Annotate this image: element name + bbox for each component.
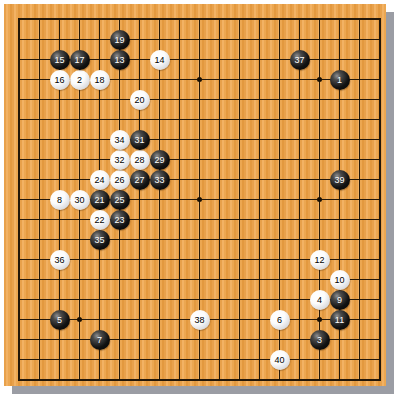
stone-black-19-F18: 19 [110,30,130,50]
stone-white-10-R6: 10 [330,270,350,290]
star-point [77,317,82,322]
stone-white-26-F11: 26 [110,170,130,190]
stone-black-31-G13: 31 [130,130,150,150]
stone-white-20-G15: 20 [130,90,150,110]
stone-black-7-E3: 7 [90,330,110,350]
stone-white-6-O4: 6 [270,310,290,330]
stone-white-36-C7: 36 [50,250,70,270]
star-point [197,197,202,202]
go-board[interactable]: 1234567891011121314151617181920212223242… [4,4,386,386]
stone-black-9-R5: 9 [330,290,350,310]
stone-white-28-G12: 28 [130,150,150,170]
stone-white-38-K4: 38 [190,310,210,330]
stone-white-14-H17: 14 [150,50,170,70]
stone-black-35-E8: 35 [90,230,110,250]
stone-black-13-F17: 13 [110,50,130,70]
stone-white-40-O2: 40 [270,350,290,370]
stone-white-2-D16: 2 [70,70,90,90]
stone-black-5-C4: 5 [50,310,70,330]
stone-white-22-E9: 22 [90,210,110,230]
star-point [197,77,202,82]
stone-black-17-D17: 17 [70,50,90,70]
star-point [317,197,322,202]
stone-white-12-Q7: 12 [310,250,330,270]
stone-white-8-C10: 8 [50,190,70,210]
stone-black-21-E10: 21 [90,190,110,210]
stone-black-1-R16: 1 [330,70,350,90]
stone-black-33-H11: 33 [150,170,170,190]
stone-white-24-E11: 24 [90,170,110,190]
stone-black-39-R11: 39 [330,170,350,190]
stone-black-3-Q3: 3 [310,330,330,350]
stone-white-32-F12: 32 [110,150,130,170]
star-point [317,77,322,82]
stone-white-18-E16: 18 [90,70,110,90]
stone-white-34-F13: 34 [110,130,130,150]
stone-black-25-F10: 25 [110,190,130,210]
go-board-diagram: 1234567891011121314151617181920212223242… [0,0,400,400]
star-point [317,317,322,322]
stone-white-30-D10: 30 [70,190,90,210]
stone-black-15-C17: 15 [50,50,70,70]
stone-black-23-F9: 23 [110,210,130,230]
stone-black-27-G11: 27 [130,170,150,190]
stone-white-16-C16: 16 [50,70,70,90]
stone-black-37-P17: 37 [290,50,310,70]
stone-black-11-R4: 11 [330,310,350,330]
stone-black-29-H12: 29 [150,150,170,170]
stone-white-4-Q5: 4 [310,290,330,310]
